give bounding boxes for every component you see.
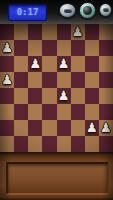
square-h5[interactable] [99,72,113,88]
square-h2[interactable]: ♟ [99,120,113,136]
slot-icon [64,9,72,13]
square-f1[interactable] [71,136,85,152]
chess-app-window: 0:17 ♟♟♟♟♟♟♟♟ [0,0,113,200]
square-e3[interactable] [57,104,71,120]
slot-icon [103,8,109,12]
square-f2[interactable] [71,120,85,136]
square-c6[interactable]: ♟ [28,56,42,72]
square-b6[interactable] [14,56,28,72]
square-c7[interactable] [28,40,42,56]
square-d5[interactable] [42,72,56,88]
square-h8[interactable] [99,24,113,40]
white-pawn[interactable]: ♟ [72,25,84,38]
top-toolbar: 0:17 [0,0,113,24]
game-clock: 0:17 [8,4,47,21]
square-f8[interactable]: ♟ [71,24,85,40]
square-c8[interactable] [28,24,42,40]
square-e7[interactable] [57,40,71,56]
square-g5[interactable] [85,72,99,88]
white-pawn[interactable]: ♟ [1,41,13,54]
square-d6[interactable] [42,56,56,72]
square-h4[interactable] [99,88,113,104]
square-g2[interactable]: ♟ [85,120,99,136]
square-c1[interactable] [28,136,42,152]
square-f6[interactable] [71,56,85,72]
square-g1[interactable] [85,136,99,152]
square-f5[interactable] [71,72,85,88]
board: ♟♟♟♟♟♟♟♟ [0,24,113,152]
square-h7[interactable] [99,40,113,56]
square-a7[interactable]: ♟ [0,40,14,56]
square-e4[interactable]: ♟ [57,88,71,104]
square-a4[interactable] [0,88,14,104]
square-h6[interactable] [99,56,113,72]
white-pawn[interactable]: ♟ [58,57,70,70]
square-a6[interactable] [0,56,14,72]
square-b5[interactable] [14,72,28,88]
toolbar-right-button[interactable] [99,3,112,17]
square-c2[interactable] [28,120,42,136]
square-d8[interactable] [42,24,56,40]
square-c5[interactable] [28,72,42,88]
square-e2[interactable] [57,120,71,136]
toolbar-left-button[interactable] [59,3,76,18]
square-e6[interactable]: ♟ [57,56,71,72]
tray-recess [6,162,109,195]
white-pawn[interactable]: ♟ [86,121,98,134]
square-g8[interactable] [85,24,99,40]
square-e8[interactable] [57,24,71,40]
toolbar-center-button[interactable] [79,2,96,19]
clock-time: 0:17 [17,8,39,17]
square-d4[interactable] [42,88,56,104]
square-g7[interactable] [85,40,99,56]
square-b8[interactable] [14,24,28,40]
square-f7[interactable] [71,40,85,56]
square-b3[interactable] [14,104,28,120]
square-h1[interactable] [99,136,113,152]
square-b2[interactable] [14,120,28,136]
square-f3[interactable] [71,104,85,120]
square-d2[interactable] [42,120,56,136]
square-d1[interactable] [42,136,56,152]
white-pawn[interactable]: ♟ [1,73,13,86]
square-a8[interactable] [0,24,14,40]
square-d3[interactable] [42,104,56,120]
board-area: ♟♟♟♟♟♟♟♟ [0,24,113,152]
square-c4[interactable] [28,88,42,104]
captured-pieces-tray [0,152,113,200]
square-g6[interactable] [85,56,99,72]
white-pawn[interactable]: ♟ [58,89,70,102]
square-a2[interactable] [0,120,14,136]
white-pawn[interactable]: ♟ [100,121,112,134]
square-b1[interactable] [14,136,28,152]
square-e1[interactable] [57,136,71,152]
black-sphere-icon [83,6,92,15]
square-d7[interactable] [42,40,56,56]
square-h3[interactable] [99,104,113,120]
white-pawn[interactable]: ♟ [29,57,41,70]
square-g4[interactable] [85,88,99,104]
square-b4[interactable] [14,88,28,104]
square-c3[interactable] [28,104,42,120]
square-a5[interactable]: ♟ [0,72,14,88]
square-g3[interactable] [85,104,99,120]
square-a3[interactable] [0,104,14,120]
square-f4[interactable] [71,88,85,104]
square-a1[interactable] [0,136,14,152]
square-e5[interactable] [57,72,71,88]
square-b7[interactable] [14,40,28,56]
